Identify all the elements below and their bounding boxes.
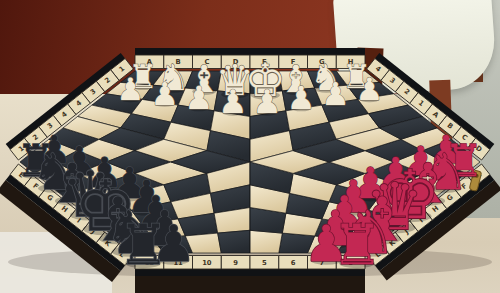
piece-white-P[interactable]: ♟	[287, 79, 316, 117]
piece-white-P[interactable]: ♟	[184, 79, 213, 117]
photo-scene: ABCDEFGH12344321EFGHIJKL12111095678LKJIH…	[0, 0, 500, 293]
coordinate-label: 5	[262, 259, 267, 267]
piece-white-P[interactable]: ♟	[151, 76, 179, 112]
piece-white-P[interactable]: ♟	[218, 83, 247, 121]
piece-white-P[interactable]: ♟	[356, 71, 384, 107]
piece-black-R[interactable]: ♜	[118, 212, 168, 277]
box-side	[135, 276, 365, 293]
piece-white-P[interactable]: ♟	[252, 83, 281, 121]
square[interactable]	[250, 230, 282, 253]
piece-white-P[interactable]: ♟	[117, 71, 145, 107]
piece-red-R[interactable]: ♜	[332, 212, 382, 277]
piece-white-P[interactable]: ♟	[321, 76, 349, 112]
coordinate-label: 6	[291, 259, 296, 267]
three-player-chess-board[interactable]: ABCDEFGH12344321EFGHIJKL12111095678LKJIH…	[0, 0, 500, 293]
square[interactable]	[218, 230, 250, 253]
coordinate-label: 10	[202, 259, 212, 267]
coordinate-label: 9	[233, 259, 238, 267]
